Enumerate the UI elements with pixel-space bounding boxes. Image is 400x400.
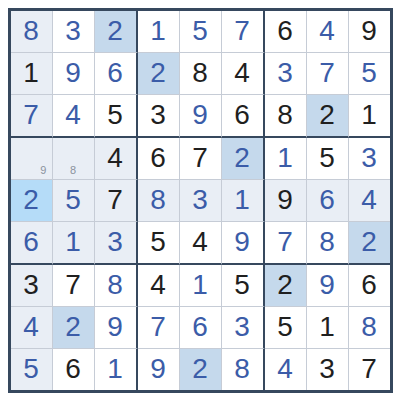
cell-r7c4[interactable]: 4	[138, 265, 180, 307]
sudoku-board: 8321576491962843757453968219846721532578…	[8, 8, 393, 393]
cell-r8c2[interactable]: 2	[53, 307, 95, 349]
cell-r1c4[interactable]: 1	[138, 11, 180, 53]
given-digit: 9	[277, 186, 293, 214]
player-digit: 2	[107, 17, 123, 45]
player-digit: 4	[277, 355, 293, 383]
cell-r2c5[interactable]: 8	[180, 53, 222, 95]
cell-r6c4[interactable]: 5	[138, 222, 180, 265]
cell-r8c3[interactable]: 9	[95, 307, 138, 349]
player-digit: 6	[107, 59, 123, 87]
player-digit: 8	[150, 186, 166, 214]
given-digit: 1	[319, 313, 335, 341]
given-digit: 5	[319, 144, 335, 172]
player-digit: 8	[319, 228, 335, 256]
cell-r4c6[interactable]: 2	[222, 138, 265, 180]
player-digit: 9	[234, 228, 250, 256]
player-digit: 1	[150, 17, 166, 45]
player-digit: 2	[192, 355, 208, 383]
cell-r1c2[interactable]: 3	[53, 11, 95, 53]
player-digit: 1	[107, 355, 123, 383]
player-digit: 2	[150, 59, 166, 87]
cell-r9c5[interactable]: 2	[180, 349, 222, 390]
player-digit: 1	[65, 228, 81, 256]
player-digit: 5	[361, 59, 377, 87]
player-digit: 3	[107, 228, 123, 256]
cell-r2c1[interactable]: 1	[11, 53, 53, 95]
player-digit: 5	[23, 355, 39, 383]
cell-r8c4[interactable]: 7	[138, 307, 180, 349]
player-digit: 8	[361, 313, 377, 341]
cell-r4c1[interactable]: 9	[11, 138, 53, 180]
cell-r2c4[interactable]: 2	[138, 53, 180, 95]
cell-r1c9[interactable]: 9	[349, 11, 390, 53]
player-digit: 2	[234, 144, 250, 172]
cell-r5c3[interactable]: 7	[95, 180, 138, 222]
cell-r6c3[interactable]: 3	[95, 222, 138, 265]
player-digit: 8	[234, 355, 250, 383]
player-digit: 9	[192, 101, 208, 129]
cell-r2c6[interactable]: 4	[222, 53, 265, 95]
cell-r5c9[interactable]: 4	[349, 180, 390, 222]
cell-r7c3[interactable]: 8	[95, 265, 138, 307]
cell-r4c7[interactable]: 1	[265, 138, 307, 180]
cell-r7c8[interactable]: 9	[307, 265, 349, 307]
cell-r7c9[interactable]: 6	[349, 265, 390, 307]
cell-r4c2[interactable]: 8	[53, 138, 95, 180]
player-digit: 9	[107, 313, 123, 341]
given-digit: 4	[192, 228, 208, 256]
given-digit: 6	[277, 17, 293, 45]
given-digit: 3	[319, 355, 335, 383]
cell-r7c1[interactable]: 3	[11, 265, 53, 307]
given-digit: 6	[150, 144, 166, 172]
cell-r2c3[interactable]: 6	[95, 53, 138, 95]
cell-r9c6[interactable]: 8	[222, 349, 265, 390]
cell-r5c1[interactable]: 2	[11, 180, 53, 222]
cell-r5c5[interactable]: 3	[180, 180, 222, 222]
player-digit: 7	[150, 313, 166, 341]
player-digit: 9	[319, 271, 335, 299]
given-digit: 5	[277, 313, 293, 341]
given-digit: 6	[361, 271, 377, 299]
cell-r4c5[interactable]: 7	[180, 138, 222, 180]
cell-r1c3[interactable]: 2	[95, 11, 138, 53]
cell-r1c8[interactable]: 4	[307, 11, 349, 53]
cell-r7c7[interactable]: 2	[265, 265, 307, 307]
cell-r9c1[interactable]: 5	[11, 349, 53, 390]
cell-r9c7[interactable]: 4	[265, 349, 307, 390]
cell-r3c3[interactable]: 5	[95, 95, 138, 138]
player-digit: 3	[192, 186, 208, 214]
cell-r6c9[interactable]: 2	[349, 222, 390, 265]
cell-r2c2[interactable]: 9	[53, 53, 95, 95]
cell-r4c8[interactable]: 5	[307, 138, 349, 180]
cell-r8c7[interactable]: 5	[265, 307, 307, 349]
player-digit: 7	[234, 17, 250, 45]
cell-r3c9[interactable]: 1	[349, 95, 390, 138]
given-digit: 7	[192, 144, 208, 172]
cell-r3c4[interactable]: 3	[138, 95, 180, 138]
note-digit-8: 8	[67, 164, 79, 176]
cell-r6c1[interactable]: 6	[11, 222, 53, 265]
pencil-notes: 9	[13, 140, 50, 177]
player-digit: 7	[319, 59, 335, 87]
cell-r8c9[interactable]: 8	[349, 307, 390, 349]
cell-r8c6[interactable]: 3	[222, 307, 265, 349]
given-digit: 1	[23, 59, 39, 87]
given-digit: 4	[150, 271, 166, 299]
cell-r9c3[interactable]: 1	[95, 349, 138, 390]
cell-r4c4[interactable]: 6	[138, 138, 180, 180]
cell-r9c4[interactable]: 9	[138, 349, 180, 390]
player-digit: 4	[319, 17, 335, 45]
player-digit: 6	[23, 228, 39, 256]
given-digit: 5	[107, 101, 123, 129]
given-digit: 7	[107, 186, 123, 214]
player-digit: 4	[23, 313, 39, 341]
cell-r5c6[interactable]: 1	[222, 180, 265, 222]
player-digit: 3	[277, 59, 293, 87]
player-digit: 6	[192, 313, 208, 341]
cell-r3c5[interactable]: 9	[180, 95, 222, 138]
given-digit: 8	[277, 101, 293, 129]
cell-r1c6[interactable]: 7	[222, 11, 265, 53]
given-digit: 5	[234, 271, 250, 299]
given-digit: 6	[234, 101, 250, 129]
given-digit: 1	[361, 101, 377, 129]
cell-r9c8[interactable]: 3	[307, 349, 349, 390]
cell-r8c5[interactable]: 6	[180, 307, 222, 349]
cell-r8c1[interactable]: 4	[11, 307, 53, 349]
given-digit: 2	[319, 101, 335, 129]
cell-r3c1[interactable]: 7	[11, 95, 53, 138]
player-digit: 3	[65, 17, 81, 45]
player-digit: 6	[319, 186, 335, 214]
player-digit: 2	[65, 313, 81, 341]
cell-r3c6[interactable]: 6	[222, 95, 265, 138]
cell-r7c6[interactable]: 5	[222, 265, 265, 307]
cell-r1c5[interactable]: 5	[180, 11, 222, 53]
cell-r2c7[interactable]: 3	[265, 53, 307, 95]
cell-r6c5[interactable]: 4	[180, 222, 222, 265]
given-digit: 8	[192, 59, 208, 87]
cell-r9c9[interactable]: 7	[349, 349, 390, 390]
given-digit: 4	[107, 144, 123, 172]
player-digit: 5	[65, 186, 81, 214]
player-digit: 5	[192, 17, 208, 45]
cell-r1c1[interactable]: 8	[11, 11, 53, 53]
cell-r6c7[interactable]: 7	[265, 222, 307, 265]
player-digit: 7	[23, 101, 39, 129]
given-digit: 7	[361, 355, 377, 383]
player-digit: 1	[192, 271, 208, 299]
player-digit: 9	[65, 59, 81, 87]
cell-r7c2[interactable]: 7	[53, 265, 95, 307]
player-digit: 8	[107, 271, 123, 299]
cell-r3c8[interactable]: 2	[307, 95, 349, 138]
cell-r3c7[interactable]: 8	[265, 95, 307, 138]
player-digit: 1	[277, 144, 293, 172]
cell-r2c9[interactable]: 5	[349, 53, 390, 95]
player-digit: 3	[234, 313, 250, 341]
cell-r9c2[interactable]: 6	[53, 349, 95, 390]
player-digit: 2	[23, 186, 39, 214]
cell-r4c9[interactable]: 3	[349, 138, 390, 180]
cell-r6c8[interactable]: 8	[307, 222, 349, 265]
given-digit: 3	[150, 101, 166, 129]
player-digit: 3	[361, 144, 377, 172]
cell-r5c2[interactable]: 5	[53, 180, 95, 222]
given-digit: 4	[234, 59, 250, 87]
player-digit: 4	[361, 186, 377, 214]
player-digit: 2	[361, 228, 377, 256]
cell-r6c2[interactable]: 1	[53, 222, 95, 265]
pencil-notes: 8	[55, 140, 92, 177]
given-digit: 5	[150, 228, 166, 256]
given-digit: 7	[65, 271, 81, 299]
cell-r4c3[interactable]: 4	[95, 138, 138, 180]
player-digit: 7	[277, 228, 293, 256]
cell-r8c8[interactable]: 1	[307, 307, 349, 349]
given-digit: 2	[277, 271, 293, 299]
player-digit: 1	[234, 186, 250, 214]
cell-r2c8[interactable]: 7	[307, 53, 349, 95]
cell-r7c5[interactable]: 1	[180, 265, 222, 307]
given-digit: 3	[23, 271, 39, 299]
cell-r5c4[interactable]: 8	[138, 180, 180, 222]
player-digit: 8	[23, 17, 39, 45]
given-digit: 9	[361, 17, 377, 45]
note-digit-9: 9	[37, 164, 49, 176]
player-digit: 9	[150, 355, 166, 383]
cell-r1c7[interactable]: 6	[265, 11, 307, 53]
cell-r5c8[interactable]: 6	[307, 180, 349, 222]
cell-r3c2[interactable]: 4	[53, 95, 95, 138]
given-digit: 6	[65, 355, 81, 383]
player-digit: 4	[65, 101, 81, 129]
cell-r6c6[interactable]: 9	[222, 222, 265, 265]
cell-r5c7[interactable]: 9	[265, 180, 307, 222]
